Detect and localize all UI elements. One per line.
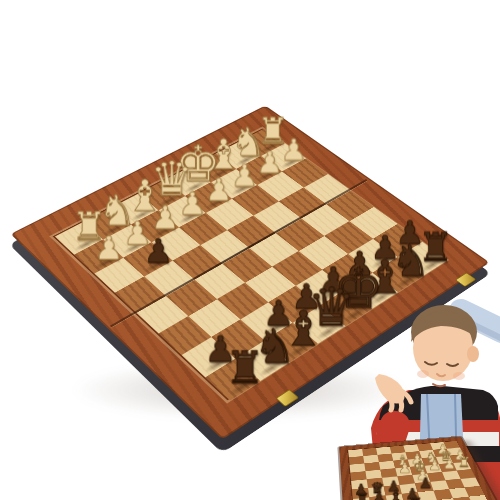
inset-square: ♟ (395, 467, 412, 476)
piece-shadow (227, 377, 256, 398)
child-playing-inset: ♟♝♟♞♛♟♟♚♟♟♜♟♟♛♟♟♜♟♝♟♞♟♜ (343, 286, 500, 500)
inset-board-wrap: ♟♝♟♞♛♟♟♚♟♟♜♟♟♛♟♟♜♟♝♟♞♟♜ (334, 443, 500, 500)
inset-square (446, 479, 465, 489)
black-rook: ♜ (405, 228, 466, 268)
child-hand (373, 374, 417, 414)
piece-shadow (286, 340, 314, 359)
piece-shadow (257, 358, 286, 378)
piece-shadow (314, 322, 342, 341)
child-head (411, 305, 479, 386)
inset-square (469, 495, 490, 500)
piece-shadow (419, 257, 444, 274)
inset-chess-board-grid: ♟♝♟♞♛♟♟♚♟♟♜♟♟♛♟♟♜♟♝♟♞♟♜ (347, 441, 489, 500)
piece-shadow (254, 169, 278, 183)
inset-square (350, 471, 366, 481)
black-rook-mini: ♜ (350, 492, 375, 500)
black-pawn: ♟ (380, 217, 440, 249)
square-e4 (227, 216, 275, 249)
product-photo: ♜♞♝♛♚♝♞♜♟♟♟♟♟♟♟♟♟♟♟♟♟♟♟♟♜♞♝♛♚♝♞♜ (0, 0, 500, 500)
